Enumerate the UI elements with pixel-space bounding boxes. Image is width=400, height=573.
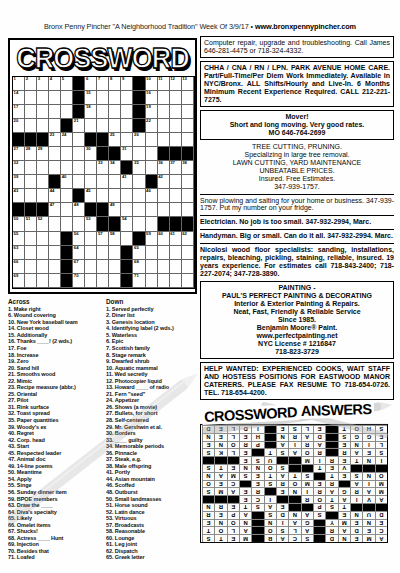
answer-cell: M <box>338 518 350 526</box>
grid-cell <box>37 119 49 133</box>
grid-cell <box>25 189 37 203</box>
clue-lists: Across 1. Make right6. Wound covering10.… <box>8 298 197 561</box>
answer-cell: O <box>227 440 239 448</box>
grid-cell <box>170 91 182 105</box>
grid-cell-black <box>61 246 73 260</box>
grid-cell-black <box>73 77 85 91</box>
answer-cell: A <box>350 448 362 456</box>
cell-number: 62 <box>182 232 187 237</box>
grid-cell <box>182 203 194 217</box>
grid-cell <box>37 161 49 175</box>
answer-cell-black <box>276 456 288 464</box>
answer-cell-black <box>325 440 337 448</box>
answer-cell: E <box>362 448 374 456</box>
grid-cell: 19 <box>146 105 158 119</box>
grid-cell <box>182 133 194 147</box>
grid-cell <box>97 246 109 260</box>
answer-cell: E <box>239 448 251 456</box>
answer-cell: A <box>301 526 313 534</box>
answer-cell: N <box>202 503 214 511</box>
cell-number: 45 <box>86 189 91 194</box>
grid-cell <box>37 232 49 246</box>
grid-cell <box>85 246 97 260</box>
cell-number: 11 <box>158 77 162 82</box>
answer-cell: L <box>227 425 239 433</box>
grid-cell-black <box>133 91 145 105</box>
cell-number: 43 <box>14 189 19 194</box>
answer-cell: T <box>313 464 325 472</box>
answers-title: CROSSWORDANSWERS <box>202 399 395 425</box>
answer-cell: G <box>301 518 313 526</box>
grid-cell <box>85 274 97 288</box>
grid-cell: 40 <box>61 175 73 189</box>
answer-cell-black <box>362 503 374 511</box>
ad-painting-line: Interior & Exterior Painting & Repairs. <box>204 300 390 308</box>
grid-cell: 5 <box>61 77 73 91</box>
grid-cell <box>109 175 121 189</box>
answer-cell: T <box>325 495 337 503</box>
grid-cell <box>61 105 73 119</box>
grid-cell <box>49 147 61 161</box>
answer-cell-black <box>301 464 313 472</box>
answer-cell-black <box>338 479 350 487</box>
cell-number: 21 <box>74 119 79 124</box>
answer-cell: V <box>362 495 374 503</box>
grid-cell <box>109 105 121 119</box>
grid-cell: 18 <box>85 105 97 119</box>
answer-cell-black <box>288 503 300 511</box>
grid-cell <box>170 105 182 119</box>
answer-cell: E <box>251 479 263 487</box>
answer-cell-black <box>325 448 337 456</box>
answer-cell-black <box>325 433 337 441</box>
grid-cell <box>170 175 182 189</box>
answer-cell: S <box>202 534 214 542</box>
grid-cell <box>85 232 97 246</box>
answer-cell: N <box>362 456 374 464</box>
answer-cell: A <box>313 440 325 448</box>
answer-cell: O <box>202 479 214 487</box>
grid-cell: 57 <box>97 232 109 246</box>
grid-cell <box>37 260 49 274</box>
answer-cell: A <box>288 518 300 526</box>
answer-cell: M <box>362 534 374 542</box>
ad-snow-plowing: Snow plowing and salting for your home o… <box>200 194 394 213</box>
ad-tree-cutting-line: TREE CUTTING, PRUNING. <box>200 143 394 151</box>
grid-cell-black <box>61 274 73 288</box>
answer-cell-black <box>214 495 226 503</box>
answer-cell: H <box>251 433 263 441</box>
grid-cell-black <box>61 260 73 274</box>
grid-cell <box>158 119 170 133</box>
grid-cell <box>85 119 97 133</box>
grid-cell: 38 <box>182 161 194 175</box>
answer-cell: L <box>375 440 387 448</box>
answer-cell: L <box>288 526 300 534</box>
cell-number: 51 <box>26 217 31 222</box>
cell-number: 10 <box>146 77 151 82</box>
answer-cell: T <box>214 534 226 542</box>
answer-cell-black <box>375 503 387 511</box>
grid-cell <box>25 274 37 288</box>
grid-cell <box>182 189 194 203</box>
ad-painting: PAINTING -PAUL'S PERFECT PAINTING & DECO… <box>200 281 394 359</box>
grid-cell-black <box>97 147 109 161</box>
grid-cell <box>109 260 121 274</box>
clues-across: Across 1. Make right6. Wound covering10.… <box>8 298 99 561</box>
answer-cell-black <box>251 448 263 456</box>
grid-cell-black <box>13 133 25 147</box>
grid-cell-black <box>133 77 145 91</box>
grid-cell <box>146 161 158 175</box>
grid-cell: 59 <box>146 232 158 246</box>
cell-number: 27 <box>14 147 19 152</box>
answer-cell: E <box>239 495 251 503</box>
answer-cell: E <box>313 479 325 487</box>
answer-cell: A <box>362 487 374 495</box>
answer-cell-black <box>276 495 288 503</box>
answer-cell: A <box>375 534 387 542</box>
cell-number: 65 <box>134 246 139 251</box>
answer-cell: S <box>251 456 263 464</box>
grid-cell <box>97 260 109 274</box>
answer-cell: E <box>227 503 239 511</box>
grid-cell <box>37 246 49 260</box>
answer-cell: M <box>375 487 387 495</box>
grid-cell <box>61 161 73 175</box>
grid-cell-black <box>73 189 85 203</box>
grid-cell <box>182 274 194 288</box>
answer-cell: C <box>288 534 300 542</box>
answer-cell-black <box>251 518 263 526</box>
cell-number: 26 <box>134 133 139 138</box>
grid-cell: 24 <box>61 133 73 147</box>
grid-cell <box>146 217 158 231</box>
grid-cell-black <box>73 91 85 105</box>
grid-cell: 12 <box>170 77 182 91</box>
cell-number: 25 <box>110 133 115 138</box>
grid-cell-black <box>182 147 194 161</box>
crossword-title: CROSSWORD <box>12 41 193 75</box>
answer-cell: E <box>239 433 251 441</box>
answer-cell: T <box>264 472 276 480</box>
grid-cell: 28 <box>25 147 37 161</box>
cell-number: 36 <box>158 161 163 166</box>
grid-cell <box>37 274 49 288</box>
grid-cell <box>25 119 37 133</box>
ad-mover-line: Short and long moving. Very good rates. <box>204 121 390 129</box>
grid-cell-black <box>170 217 182 231</box>
answer-cell: I <box>362 440 374 448</box>
down-list: 1. Served perfectly2. Diner list3. Genes… <box>106 306 197 561</box>
grid-cell: 2 <box>25 77 37 91</box>
grid-cell: 44 <box>49 189 61 203</box>
answer-cell: B <box>264 534 276 542</box>
grid-cell-black <box>13 203 25 217</box>
answer-cell: A <box>288 448 300 456</box>
answer-cell: T <box>264 448 276 456</box>
grid-cell: 35 <box>133 161 145 175</box>
grid-cell-black <box>61 232 73 246</box>
answer-cell: A <box>350 479 362 487</box>
answer-cell: A <box>227 487 239 495</box>
answer-cell-black <box>264 440 276 448</box>
cell-number: 71 <box>134 274 139 279</box>
cell-number: 22 <box>146 119 151 124</box>
ad-electrician: Electrician. No job is too small. 347-93… <box>200 215 394 226</box>
grid-cell-black <box>121 260 133 274</box>
grid-cell: 25 <box>109 133 121 147</box>
grid-cell-black <box>37 203 49 217</box>
answer-cell: A <box>375 495 387 503</box>
answer-cell: O <box>227 518 239 526</box>
answer-cell: E <box>313 425 325 433</box>
answer-cell: O <box>301 448 313 456</box>
grid-cell: 27 <box>13 147 25 161</box>
answer-cell-black <box>288 495 300 503</box>
answer-cell: C <box>227 479 239 487</box>
answer-cell: O <box>264 526 276 534</box>
cell-number: 44 <box>50 189 55 194</box>
grid-cell-black <box>133 232 145 246</box>
grid-cell <box>182 119 194 133</box>
answer-cell: R <box>313 487 325 495</box>
answer-cell-black <box>251 511 263 519</box>
down-header: Down <box>106 298 197 305</box>
answer-cell-black <box>251 534 263 542</box>
answer-cell: M <box>214 487 226 495</box>
answer-cell-black <box>227 495 239 503</box>
answer-cell: P <box>313 503 325 511</box>
grid-cell: 56 <box>73 232 85 246</box>
grid-cell: 7 <box>97 77 109 91</box>
answer-cell: T <box>338 425 350 433</box>
answer-cell: O <box>214 526 226 534</box>
grid-cell: 41 <box>121 175 133 189</box>
grid-cell-black <box>109 147 121 161</box>
grid-cell <box>158 260 170 274</box>
grid-cell: 14 <box>13 91 25 105</box>
answer-cell: T <box>214 464 226 472</box>
cell-number: 2 <box>26 77 28 82</box>
answer-cell: R <box>350 487 362 495</box>
grid-cell-black <box>49 175 61 189</box>
answer-cell-black <box>313 534 325 542</box>
grid-cell: 51 <box>25 217 37 231</box>
ad-tree-cutting-line: Specializing in large tree removal. <box>200 151 394 159</box>
grid-cell: 23 <box>49 133 61 147</box>
grid-cell-black <box>97 203 109 217</box>
grid-cell <box>121 105 133 119</box>
grid-cell: 45 <box>85 189 97 203</box>
grid-cell <box>37 189 49 203</box>
classified-ads: Computer repair, upgrade and troubleshoo… <box>200 36 394 400</box>
answer-cell: E <box>214 433 226 441</box>
answer-cell: I <box>362 479 374 487</box>
grid-cell: 61 <box>170 232 182 246</box>
grid-cell <box>49 217 61 231</box>
answer-cell: S <box>276 448 288 456</box>
grid-cell: 58 <box>109 232 121 246</box>
grid-cell <box>73 147 85 161</box>
answer-cell: E <box>239 487 251 495</box>
answer-cell: D <box>325 534 337 542</box>
cell-number: 48 <box>74 203 79 208</box>
cell-number: 61 <box>170 232 175 237</box>
grid-cell <box>170 246 182 260</box>
cell-number: 9 <box>122 77 124 82</box>
answer-cell-black <box>202 456 214 464</box>
cell-number: 39 <box>14 175 19 180</box>
answer-cell-black <box>313 472 325 480</box>
answer-cell: N <box>264 518 276 526</box>
answer-cell-black <box>350 503 362 511</box>
cell-number: 29 <box>38 147 43 152</box>
grid-cell <box>133 175 145 189</box>
clue: 71. Loafed <box>8 554 99 561</box>
grid-cell <box>158 133 170 147</box>
answer-cell: N <box>362 518 374 526</box>
answer-cell: N <box>214 440 226 448</box>
answer-cell: M <box>301 456 313 464</box>
cell-number: 31 <box>122 147 127 152</box>
cell-number: 1 <box>14 77 16 82</box>
grid-cell <box>170 189 182 203</box>
grid-cell <box>61 203 73 217</box>
masthead-text: Bronx Penny Pincher "A Neighborhood Trad… <box>44 22 255 31</box>
answer-cell-black <box>264 487 276 495</box>
answer-cell: A <box>338 526 350 534</box>
answer-cell: T <box>350 456 362 464</box>
cell-number: 59 <box>146 232 151 237</box>
cell-number: 6 <box>86 77 88 82</box>
grid-cell <box>49 246 61 260</box>
answer-cell: S <box>325 503 337 511</box>
cell-number: 57 <box>98 232 103 237</box>
grid-cell <box>182 246 194 260</box>
grid-cell-black <box>146 175 158 189</box>
cell-number: 20 <box>14 119 19 124</box>
cell-number: 33 <box>98 161 103 166</box>
grid-cell <box>109 91 121 105</box>
answer-cell: S <box>202 487 214 495</box>
answer-cell-black <box>288 464 300 472</box>
ad-painting-line: Benjamin Moore® Paint. <box>204 324 390 332</box>
grid-cell <box>37 105 49 119</box>
answer-cell: A <box>214 472 226 480</box>
grid-cell: 10 <box>146 77 158 91</box>
answer-cell: S <box>301 472 313 480</box>
grid-cell <box>61 147 73 161</box>
answer-cell: R <box>325 479 337 487</box>
grid-cell: 46 <box>146 189 158 203</box>
grid-cell: 8 <box>109 77 121 91</box>
cell-number: 28 <box>26 147 31 152</box>
grid-cell <box>121 189 133 203</box>
grid-cell <box>170 119 182 133</box>
answer-cell: S <box>264 511 276 519</box>
grid-cell <box>121 119 133 133</box>
cell-number: 46 <box>146 189 151 194</box>
answer-cell: K <box>214 448 226 456</box>
cell-number: 12 <box>170 77 175 82</box>
newspaper-page: { "game": "crossword", "position": { "ro… <box>0 0 400 573</box>
grid-cell <box>97 119 109 133</box>
grid-cell: 55 <box>13 232 25 246</box>
answer-cell: R <box>325 456 337 464</box>
cell-number: 16 <box>146 91 151 96</box>
answer-cell: E <box>338 472 350 480</box>
answer-cell: A <box>239 526 251 534</box>
grid-cell <box>182 91 194 105</box>
answer-cell: N <box>214 518 226 526</box>
grid-cell <box>182 105 194 119</box>
grid-cell: 1 <box>13 77 25 91</box>
ad-mover-line: MO 646-764-2699 <box>204 129 390 137</box>
puzzle-grid: 1234567891011121314151617181920212223242… <box>12 76 195 289</box>
cell-number: 49 <box>110 203 115 208</box>
answer-cell: S <box>202 448 214 456</box>
grid-cell <box>73 133 85 147</box>
answer-cell: H <box>362 425 374 433</box>
answer-cell: N <box>288 511 300 519</box>
grid-cell <box>109 119 121 133</box>
answer-cell: R <box>301 495 313 503</box>
grid-cell: 22 <box>146 119 158 133</box>
grid-cell: 26 <box>133 133 145 147</box>
ad-park-avenue-home-care: CHHA / CNA / RN / LPN. PARK AVENUE HOME … <box>200 61 394 107</box>
answer-cell: N <box>202 433 214 441</box>
answer-cell-black <box>264 433 276 441</box>
answer-cell: I <box>288 440 300 448</box>
grid-cell: 4 <box>49 77 61 91</box>
grid-cell <box>25 91 37 105</box>
answer-cell: E <box>338 456 350 464</box>
cell-number: 34 <box>110 161 115 166</box>
answer-cell: E <box>227 464 239 472</box>
answer-cell-black <box>325 425 337 433</box>
grid-cell-black <box>121 246 133 260</box>
answer-cell: L <box>301 425 313 433</box>
across-header: Across <box>8 298 99 305</box>
grid-cell <box>133 189 145 203</box>
answer-cell: L <box>227 526 239 534</box>
answer-cell: I <box>264 495 276 503</box>
answer-cell: E <box>375 518 387 526</box>
grid-cell: 32 <box>13 161 25 175</box>
grid-cell: 49 <box>109 203 121 217</box>
answer-cell: E <box>362 526 374 534</box>
answer-cell: R <box>288 433 300 441</box>
cell-number: 56 <box>74 232 79 237</box>
grid-cell-black <box>158 147 170 161</box>
grid-cell: 37 <box>170 161 182 175</box>
grid-cell-black <box>97 217 109 231</box>
answer-cell: U <box>264 456 276 464</box>
grid-cell <box>73 175 85 189</box>
grid-cell: 60 <box>158 232 170 246</box>
answer-cell: S <box>338 433 350 441</box>
ad-painting-line: PAINTING - <box>204 284 390 292</box>
answer-cell: O <box>350 425 362 433</box>
cell-number: 18 <box>86 105 91 110</box>
grid-cell-black <box>73 105 85 119</box>
answer-cell: G <box>362 433 374 441</box>
answer-cell: A <box>276 534 288 542</box>
answer-cell: G <box>350 433 362 441</box>
grid-cell: 48 <box>73 203 85 217</box>
grid-cell <box>49 232 61 246</box>
